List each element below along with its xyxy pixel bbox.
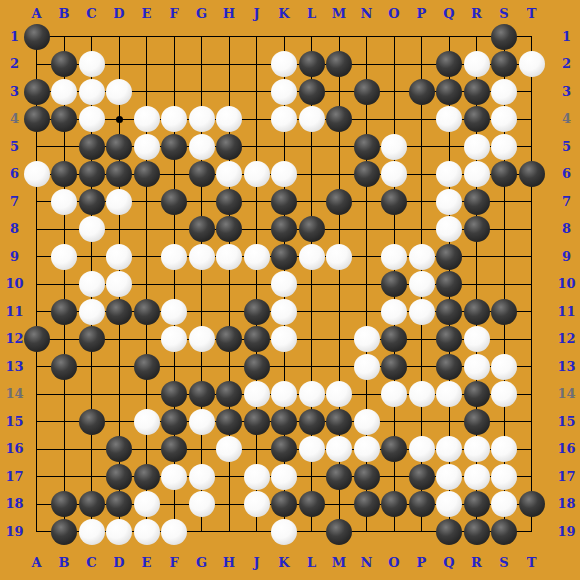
black-stone[interactable] xyxy=(189,216,215,242)
col-label-top: E xyxy=(133,6,161,22)
white-stone[interactable] xyxy=(436,381,462,407)
black-stone[interactable] xyxy=(189,381,215,407)
black-stone[interactable] xyxy=(436,51,462,77)
black-stone[interactable] xyxy=(299,216,325,242)
black-stone[interactable] xyxy=(271,216,297,242)
white-stone[interactable] xyxy=(326,381,352,407)
black-stone[interactable] xyxy=(491,161,517,187)
black-stone[interactable] xyxy=(436,354,462,380)
col-label-top: C xyxy=(78,6,106,22)
black-stone[interactable] xyxy=(464,299,490,325)
black-stone[interactable] xyxy=(161,189,187,215)
white-stone[interactable] xyxy=(491,79,517,105)
row-label-left: 8 xyxy=(0,221,29,237)
white-stone[interactable] xyxy=(381,299,407,325)
row-label-left: 16 xyxy=(0,441,29,457)
white-stone[interactable] xyxy=(161,106,187,132)
white-stone[interactable] xyxy=(79,271,105,297)
black-stone[interactable] xyxy=(51,519,77,545)
white-stone[interactable] xyxy=(244,381,270,407)
black-stone[interactable] xyxy=(134,354,160,380)
black-stone[interactable] xyxy=(106,464,132,490)
white-stone[interactable] xyxy=(79,519,105,545)
black-stone[interactable] xyxy=(326,51,352,77)
white-stone[interactable] xyxy=(436,491,462,517)
col-label-top: G xyxy=(188,6,216,22)
white-stone[interactable] xyxy=(354,326,380,352)
black-stone[interactable] xyxy=(79,134,105,160)
black-stone[interactable] xyxy=(299,51,325,77)
black-stone[interactable] xyxy=(381,436,407,462)
row-label-left: 11 xyxy=(0,304,29,320)
white-stone[interactable] xyxy=(189,409,215,435)
white-stone[interactable] xyxy=(161,464,187,490)
white-stone[interactable] xyxy=(106,244,132,270)
white-stone[interactable] xyxy=(189,491,215,517)
white-stone[interactable] xyxy=(79,79,105,105)
black-stone[interactable] xyxy=(519,491,545,517)
black-stone[interactable] xyxy=(271,244,297,270)
row-label-right: 3 xyxy=(552,84,580,100)
white-stone[interactable] xyxy=(216,244,242,270)
black-stone[interactable] xyxy=(106,299,132,325)
white-stone[interactable] xyxy=(216,106,242,132)
white-stone[interactable] xyxy=(106,189,132,215)
black-stone[interactable] xyxy=(464,106,490,132)
row-label-right: 16 xyxy=(552,441,580,457)
row-label-right: 9 xyxy=(552,249,580,265)
black-stone[interactable] xyxy=(24,106,50,132)
black-stone[interactable] xyxy=(381,326,407,352)
col-label-bottom: S xyxy=(490,555,518,571)
black-stone[interactable] xyxy=(381,189,407,215)
col-label-top: B xyxy=(50,6,78,22)
white-stone[interactable] xyxy=(244,161,270,187)
row-label-right: 7 xyxy=(552,194,580,210)
black-stone[interactable] xyxy=(326,519,352,545)
black-stone[interactable] xyxy=(161,409,187,435)
white-stone[interactable] xyxy=(134,409,160,435)
row-label-left: 10 xyxy=(0,276,29,292)
black-stone[interactable] xyxy=(464,381,490,407)
col-label-bottom: R xyxy=(463,555,491,571)
white-stone[interactable] xyxy=(161,519,187,545)
row-label-right: 5 xyxy=(552,139,580,155)
col-label-top: O xyxy=(380,6,408,22)
white-stone[interactable] xyxy=(271,464,297,490)
white-stone[interactable] xyxy=(244,244,270,270)
white-stone[interactable] xyxy=(354,354,380,380)
white-stone[interactable] xyxy=(216,436,242,462)
white-stone[interactable] xyxy=(354,436,380,462)
black-stone[interactable] xyxy=(436,299,462,325)
black-stone[interactable] xyxy=(161,134,187,160)
white-stone[interactable] xyxy=(381,381,407,407)
white-stone[interactable] xyxy=(51,189,77,215)
white-stone[interactable] xyxy=(161,299,187,325)
white-stone[interactable] xyxy=(299,436,325,462)
white-stone[interactable] xyxy=(381,161,407,187)
white-stone[interactable] xyxy=(51,79,77,105)
white-stone[interactable] xyxy=(491,436,517,462)
black-stone[interactable] xyxy=(409,464,435,490)
col-label-bottom: F xyxy=(160,555,188,571)
black-stone[interactable] xyxy=(354,134,380,160)
row-label-left: 19 xyxy=(0,524,29,540)
black-stone[interactable] xyxy=(326,106,352,132)
black-stone[interactable] xyxy=(326,409,352,435)
black-stone[interactable] xyxy=(519,161,545,187)
white-stone[interactable] xyxy=(409,271,435,297)
black-stone[interactable] xyxy=(24,24,50,50)
row-label-left: 18 xyxy=(0,496,29,512)
black-stone[interactable] xyxy=(491,299,517,325)
white-stone[interactable] xyxy=(436,106,462,132)
col-label-top: D xyxy=(105,6,133,22)
black-stone[interactable] xyxy=(216,381,242,407)
black-stone[interactable] xyxy=(79,491,105,517)
row-label-left: 7 xyxy=(0,194,29,210)
black-stone[interactable] xyxy=(409,491,435,517)
black-stone[interactable] xyxy=(216,409,242,435)
black-stone[interactable] xyxy=(106,161,132,187)
black-stone[interactable] xyxy=(79,161,105,187)
row-label-left: 15 xyxy=(0,414,29,430)
black-stone[interactable] xyxy=(106,134,132,160)
black-stone[interactable] xyxy=(24,326,50,352)
white-stone[interactable] xyxy=(271,51,297,77)
black-stone[interactable] xyxy=(51,354,77,380)
black-stone[interactable] xyxy=(106,491,132,517)
row-label-right: 12 xyxy=(552,331,580,347)
black-stone[interactable] xyxy=(161,436,187,462)
col-label-bottom: C xyxy=(78,555,106,571)
white-stone[interactable] xyxy=(464,134,490,160)
col-label-bottom: G xyxy=(188,555,216,571)
white-stone[interactable] xyxy=(271,271,297,297)
white-stone[interactable] xyxy=(106,519,132,545)
col-label-bottom: A xyxy=(23,555,51,571)
white-stone[interactable] xyxy=(491,134,517,160)
black-stone[interactable] xyxy=(326,464,352,490)
black-stone[interactable] xyxy=(491,519,517,545)
black-stone[interactable] xyxy=(271,189,297,215)
black-stone[interactable] xyxy=(354,491,380,517)
black-stone[interactable] xyxy=(189,161,215,187)
white-stone[interactable] xyxy=(79,216,105,242)
row-label-right: 18 xyxy=(552,496,580,512)
white-stone[interactable] xyxy=(244,464,270,490)
white-stone[interactable] xyxy=(79,106,105,132)
white-stone[interactable] xyxy=(189,464,215,490)
black-stone[interactable] xyxy=(491,51,517,77)
white-stone[interactable] xyxy=(436,436,462,462)
white-stone[interactable] xyxy=(271,299,297,325)
black-stone[interactable] xyxy=(436,244,462,270)
white-stone[interactable] xyxy=(354,409,380,435)
black-stone[interactable] xyxy=(134,464,160,490)
white-stone[interactable] xyxy=(271,79,297,105)
row-label-right: 6 xyxy=(552,166,580,182)
white-stone[interactable] xyxy=(464,161,490,187)
white-stone[interactable] xyxy=(326,436,352,462)
black-stone[interactable] xyxy=(271,491,297,517)
col-label-bottom: O xyxy=(380,555,408,571)
black-stone[interactable] xyxy=(464,491,490,517)
black-stone[interactable] xyxy=(51,106,77,132)
col-label-top: J xyxy=(243,6,271,22)
black-stone[interactable] xyxy=(436,271,462,297)
black-stone[interactable] xyxy=(244,326,270,352)
col-label-bottom: J xyxy=(243,555,271,571)
black-stone[interactable] xyxy=(216,134,242,160)
black-stone[interactable] xyxy=(244,354,270,380)
white-stone[interactable] xyxy=(189,326,215,352)
col-label-bottom: L xyxy=(298,555,326,571)
black-stone[interactable] xyxy=(271,409,297,435)
col-label-bottom: B xyxy=(50,555,78,571)
white-stone[interactable] xyxy=(519,51,545,77)
white-stone[interactable] xyxy=(271,326,297,352)
col-label-bottom: E xyxy=(133,555,161,571)
col-label-bottom: H xyxy=(215,555,243,571)
row-label-right: 14 xyxy=(552,386,580,402)
grid-line-v xyxy=(531,37,532,532)
white-stone[interactable] xyxy=(271,381,297,407)
white-stone[interactable] xyxy=(436,464,462,490)
white-stone[interactable] xyxy=(409,244,435,270)
row-label-right: 10 xyxy=(552,276,580,292)
black-stone[interactable] xyxy=(299,79,325,105)
white-stone[interactable] xyxy=(79,51,105,77)
white-stone[interactable] xyxy=(464,436,490,462)
col-label-bottom: Q xyxy=(435,555,463,571)
col-label-top: K xyxy=(270,6,298,22)
col-label-top: T xyxy=(518,6,546,22)
white-stone[interactable] xyxy=(271,106,297,132)
row-label-right: 11 xyxy=(552,304,580,320)
white-stone[interactable] xyxy=(161,326,187,352)
white-stone[interactable] xyxy=(134,106,160,132)
black-stone[interactable] xyxy=(409,79,435,105)
black-stone[interactable] xyxy=(436,519,462,545)
white-stone[interactable] xyxy=(491,491,517,517)
black-stone[interactable] xyxy=(216,189,242,215)
col-label-top: H xyxy=(215,6,243,22)
row-label-left: 17 xyxy=(0,469,29,485)
row-label-right: 13 xyxy=(552,359,580,375)
col-label-bottom: D xyxy=(105,555,133,571)
white-stone[interactable] xyxy=(409,381,435,407)
black-stone[interactable] xyxy=(271,436,297,462)
col-label-bottom: K xyxy=(270,555,298,571)
black-stone[interactable] xyxy=(51,51,77,77)
black-stone[interactable] xyxy=(464,79,490,105)
white-stone[interactable] xyxy=(381,244,407,270)
row-label-right: 1 xyxy=(552,29,580,45)
white-stone[interactable] xyxy=(436,216,462,242)
white-stone[interactable] xyxy=(326,244,352,270)
white-stone[interactable] xyxy=(189,244,215,270)
black-stone[interactable] xyxy=(381,491,407,517)
black-stone[interactable] xyxy=(79,189,105,215)
white-stone[interactable] xyxy=(271,161,297,187)
black-stone[interactable] xyxy=(216,326,242,352)
black-stone[interactable] xyxy=(299,491,325,517)
col-label-bottom: P xyxy=(408,555,436,571)
white-stone[interactable] xyxy=(464,354,490,380)
row-label-right: 4 xyxy=(552,111,580,127)
white-stone[interactable] xyxy=(436,189,462,215)
white-stone[interactable] xyxy=(409,436,435,462)
white-stone[interactable] xyxy=(106,79,132,105)
black-stone[interactable] xyxy=(299,409,325,435)
col-label-top: L xyxy=(298,6,326,22)
black-stone[interactable] xyxy=(51,491,77,517)
col-label-top: P xyxy=(408,6,436,22)
col-label-top: R xyxy=(463,6,491,22)
white-stone[interactable] xyxy=(464,326,490,352)
black-stone[interactable] xyxy=(24,79,50,105)
col-label-top: N xyxy=(353,6,381,22)
white-stone[interactable] xyxy=(51,244,77,270)
black-stone[interactable] xyxy=(106,436,132,462)
white-stone[interactable] xyxy=(79,299,105,325)
row-label-right: 19 xyxy=(552,524,580,540)
white-stone[interactable] xyxy=(299,106,325,132)
black-stone[interactable] xyxy=(134,161,160,187)
col-label-top: M xyxy=(325,6,353,22)
col-label-bottom: N xyxy=(353,555,381,571)
black-stone[interactable] xyxy=(381,354,407,380)
white-stone[interactable] xyxy=(161,244,187,270)
white-stone[interactable] xyxy=(409,299,435,325)
row-label-left: 5 xyxy=(0,139,29,155)
star-point xyxy=(116,116,123,123)
row-label-right: 17 xyxy=(552,469,580,485)
white-stone[interactable] xyxy=(106,271,132,297)
black-stone[interactable] xyxy=(216,216,242,242)
black-stone[interactable] xyxy=(354,79,380,105)
black-stone[interactable] xyxy=(436,79,462,105)
black-stone[interactable] xyxy=(134,299,160,325)
col-label-bottom: T xyxy=(518,555,546,571)
white-stone[interactable] xyxy=(271,519,297,545)
black-stone[interactable] xyxy=(51,299,77,325)
black-stone[interactable] xyxy=(491,24,517,50)
black-stone[interactable] xyxy=(464,409,490,435)
col-label-top: F xyxy=(160,6,188,22)
black-stone[interactable] xyxy=(79,409,105,435)
row-label-left: 9 xyxy=(0,249,29,265)
col-label-top: A xyxy=(23,6,51,22)
white-stone[interactable] xyxy=(216,161,242,187)
white-stone[interactable] xyxy=(491,106,517,132)
white-stone[interactable] xyxy=(299,381,325,407)
white-stone[interactable] xyxy=(299,244,325,270)
black-stone[interactable] xyxy=(436,326,462,352)
col-label-top: S xyxy=(490,6,518,22)
black-stone[interactable] xyxy=(244,409,270,435)
row-label-right: 8 xyxy=(552,221,580,237)
white-stone[interactable] xyxy=(244,491,270,517)
black-stone[interactable] xyxy=(464,519,490,545)
white-stone[interactable] xyxy=(436,161,462,187)
row-label-left: 2 xyxy=(0,56,29,72)
black-stone[interactable] xyxy=(354,464,380,490)
col-label-bottom: M xyxy=(325,555,353,571)
row-label-left: 14 xyxy=(0,386,29,402)
col-label-top: Q xyxy=(435,6,463,22)
black-stone[interactable] xyxy=(381,271,407,297)
black-stone[interactable] xyxy=(161,381,187,407)
row-label-right: 15 xyxy=(552,414,580,430)
white-stone[interactable] xyxy=(189,106,215,132)
black-stone[interactable] xyxy=(244,299,270,325)
white-stone[interactable] xyxy=(134,491,160,517)
white-stone[interactable] xyxy=(134,134,160,160)
black-stone[interactable] xyxy=(79,326,105,352)
go-board[interactable]: AABBCCDDEEFFGGHHJJKKLLMMNNOOPPQQRRSSTT11… xyxy=(0,0,580,580)
black-stone[interactable] xyxy=(354,161,380,187)
row-label-right: 2 xyxy=(552,56,580,72)
black-stone[interactable] xyxy=(464,189,490,215)
white-stone[interactable] xyxy=(464,464,490,490)
white-stone[interactable] xyxy=(491,354,517,380)
white-stone[interactable] xyxy=(464,51,490,77)
white-stone[interactable] xyxy=(24,161,50,187)
row-label-left: 13 xyxy=(0,359,29,375)
white-stone[interactable] xyxy=(381,134,407,160)
white-stone[interactable] xyxy=(134,519,160,545)
black-stone[interactable] xyxy=(326,189,352,215)
black-stone[interactable] xyxy=(51,161,77,187)
black-stone[interactable] xyxy=(464,216,490,242)
white-stone[interactable] xyxy=(189,134,215,160)
white-stone[interactable] xyxy=(491,381,517,407)
white-stone[interactable] xyxy=(491,464,517,490)
